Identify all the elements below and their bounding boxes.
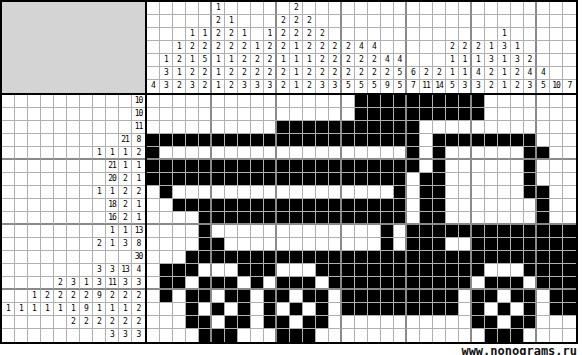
grid-cell[interactable]	[498, 199, 511, 212]
grid-cell[interactable]	[355, 186, 368, 199]
grid-cell[interactable]	[160, 212, 173, 225]
grid-cell[interactable]	[316, 173, 329, 186]
grid-cell[interactable]	[186, 186, 199, 199]
grid-cell[interactable]	[355, 290, 368, 303]
grid-cell[interactable]	[524, 108, 537, 121]
grid-cell[interactable]	[355, 264, 368, 277]
grid-cell[interactable]	[394, 95, 407, 108]
grid-cell[interactable]	[303, 238, 316, 251]
grid-cell[interactable]	[173, 316, 186, 329]
grid-cell[interactable]	[524, 264, 537, 277]
grid-cell[interactable]	[238, 212, 251, 225]
grid-cell[interactable]	[199, 290, 212, 303]
grid-cell[interactable]	[524, 95, 537, 108]
grid-cell[interactable]	[459, 121, 472, 134]
grid-cell[interactable]	[381, 186, 394, 199]
grid-cell[interactable]	[316, 303, 329, 316]
grid-cell[interactable]	[264, 134, 277, 147]
grid-cell[interactable]	[173, 225, 186, 238]
grid-cell[interactable]	[264, 199, 277, 212]
grid-cell[interactable]	[329, 329, 342, 342]
grid-cell[interactable]	[381, 225, 394, 238]
grid-cell[interactable]	[160, 199, 173, 212]
grid-cell[interactable]	[472, 186, 485, 199]
grid-cell[interactable]	[381, 303, 394, 316]
grid-cell[interactable]	[290, 329, 303, 342]
grid-cell[interactable]	[186, 316, 199, 329]
grid-cell[interactable]	[550, 147, 563, 160]
grid-cell[interactable]	[433, 160, 446, 173]
grid-cell[interactable]	[446, 303, 459, 316]
grid-cell[interactable]	[238, 316, 251, 329]
grid-cell[interactable]	[407, 160, 420, 173]
grid-cell[interactable]	[407, 225, 420, 238]
grid-cell[interactable]	[433, 95, 446, 108]
grid-cell[interactable]	[147, 225, 160, 238]
grid-cell[interactable]	[212, 277, 225, 290]
grid-cell[interactable]	[446, 277, 459, 290]
grid-cell[interactable]	[368, 251, 381, 264]
grid-cell[interactable]	[550, 290, 563, 303]
grid-cell[interactable]	[524, 199, 537, 212]
grid-cell[interactable]	[407, 95, 420, 108]
grid-cell[interactable]	[446, 329, 459, 342]
grid-cell[interactable]	[459, 199, 472, 212]
grid-cell[interactable]	[160, 134, 173, 147]
grid-cell[interactable]	[251, 238, 264, 251]
grid-cell[interactable]	[368, 121, 381, 134]
grid-cell[interactable]	[225, 134, 238, 147]
grid-cell[interactable]	[342, 290, 355, 303]
grid-cell[interactable]	[368, 160, 381, 173]
grid-cell[interactable]	[407, 277, 420, 290]
grid-cell[interactable]	[381, 238, 394, 251]
grid-cell[interactable]	[485, 186, 498, 199]
grid-cell[interactable]	[277, 329, 290, 342]
grid-cell[interactable]	[485, 199, 498, 212]
grid-cell[interactable]	[199, 186, 212, 199]
grid-cell[interactable]	[355, 303, 368, 316]
grid-cell[interactable]	[368, 186, 381, 199]
grid-cell[interactable]	[212, 251, 225, 264]
grid-cell[interactable]	[420, 199, 433, 212]
grid-cell[interactable]	[472, 277, 485, 290]
grid-cell[interactable]	[563, 147, 576, 160]
grid-cell[interactable]	[381, 290, 394, 303]
grid-cell[interactable]	[212, 186, 225, 199]
grid-cell[interactable]	[550, 316, 563, 329]
grid-cell[interactable]	[550, 251, 563, 264]
grid-cell[interactable]	[225, 160, 238, 173]
grid-cell[interactable]	[459, 225, 472, 238]
grid-cell[interactable]	[173, 134, 186, 147]
grid-cell[interactable]	[459, 238, 472, 251]
grid-cell[interactable]	[472, 173, 485, 186]
grid-cell[interactable]	[251, 173, 264, 186]
grid-cell[interactable]	[316, 212, 329, 225]
grid-cell[interactable]	[368, 173, 381, 186]
grid-cell[interactable]	[316, 225, 329, 238]
grid-cell[interactable]	[212, 225, 225, 238]
grid-cell[interactable]	[251, 316, 264, 329]
grid-cell[interactable]	[420, 212, 433, 225]
grid-cell[interactable]	[277, 147, 290, 160]
grid-cell[interactable]	[563, 251, 576, 264]
grid-cell[interactable]	[277, 212, 290, 225]
grid-cell[interactable]	[381, 147, 394, 160]
grid-cell[interactable]	[199, 251, 212, 264]
grid-cell[interactable]	[316, 108, 329, 121]
grid-cell[interactable]	[459, 264, 472, 277]
grid-cell[interactable]	[264, 95, 277, 108]
grid-cell[interactable]	[342, 316, 355, 329]
grid-cell[interactable]	[251, 212, 264, 225]
grid-cell[interactable]	[199, 147, 212, 160]
grid-cell[interactable]	[433, 212, 446, 225]
grid-cell[interactable]	[420, 225, 433, 238]
grid-cell[interactable]	[537, 212, 550, 225]
grid-cell[interactable]	[563, 95, 576, 108]
grid-cell[interactable]	[550, 108, 563, 121]
grid-cell[interactable]	[485, 108, 498, 121]
grid-cell[interactable]	[316, 329, 329, 342]
grid-cell[interactable]	[407, 290, 420, 303]
grid-cell[interactable]	[212, 212, 225, 225]
grid-cell[interactable]	[212, 316, 225, 329]
grid-cell[interactable]	[342, 134, 355, 147]
grid-cell[interactable]	[212, 108, 225, 121]
grid-cell[interactable]	[394, 329, 407, 342]
grid-cell[interactable]	[511, 316, 524, 329]
grid-cell[interactable]	[277, 251, 290, 264]
grid-cell[interactable]	[303, 108, 316, 121]
grid-cell[interactable]	[303, 277, 316, 290]
grid-cell[interactable]	[173, 251, 186, 264]
grid-cell[interactable]	[290, 199, 303, 212]
grid-cell[interactable]	[407, 108, 420, 121]
grid-cell[interactable]	[186, 95, 199, 108]
grid-cell[interactable]	[446, 186, 459, 199]
grid-cell[interactable]	[264, 121, 277, 134]
grid-cell[interactable]	[251, 186, 264, 199]
grid-cell[interactable]	[147, 160, 160, 173]
grid-cell[interactable]	[420, 134, 433, 147]
grid-cell[interactable]	[251, 303, 264, 316]
grid-cell[interactable]	[160, 160, 173, 173]
grid-cell[interactable]	[563, 199, 576, 212]
grid-cell[interactable]	[173, 303, 186, 316]
grid-cell[interactable]	[147, 108, 160, 121]
grid-cell[interactable]	[225, 225, 238, 238]
grid-cell[interactable]	[342, 186, 355, 199]
grid-cell[interactable]	[251, 199, 264, 212]
grid-cell[interactable]	[407, 329, 420, 342]
grid-cell[interactable]	[459, 277, 472, 290]
grid-cell[interactable]	[472, 212, 485, 225]
grid-cell[interactable]	[238, 225, 251, 238]
grid-cell[interactable]	[238, 186, 251, 199]
grid-cell[interactable]	[511, 238, 524, 251]
grid-cell[interactable]	[225, 147, 238, 160]
grid-cell[interactable]	[381, 199, 394, 212]
grid-cell[interactable]	[511, 186, 524, 199]
grid-cell[interactable]	[160, 121, 173, 134]
grid-cell[interactable]	[160, 173, 173, 186]
grid-cell[interactable]	[563, 134, 576, 147]
grid-cell[interactable]	[147, 173, 160, 186]
grid-cell[interactable]	[407, 238, 420, 251]
grid-cell[interactable]	[368, 277, 381, 290]
grid-cell[interactable]	[303, 147, 316, 160]
grid-cell[interactable]	[342, 95, 355, 108]
grid-cell[interactable]	[524, 147, 537, 160]
grid-cell[interactable]	[173, 329, 186, 342]
grid-cell[interactable]	[368, 199, 381, 212]
grid-cell[interactable]	[303, 303, 316, 316]
grid-cell[interactable]	[212, 134, 225, 147]
grid-cell[interactable]	[511, 290, 524, 303]
grid-cell[interactable]	[238, 160, 251, 173]
grid-cell[interactable]	[290, 212, 303, 225]
grid-cell[interactable]	[407, 121, 420, 134]
grid-cell[interactable]	[355, 173, 368, 186]
grid-cell[interactable]	[329, 303, 342, 316]
grid-cell[interactable]	[459, 108, 472, 121]
grid-cell[interactable]	[381, 212, 394, 225]
grid-cell[interactable]	[420, 238, 433, 251]
grid-cell[interactable]	[368, 108, 381, 121]
grid-cell[interactable]	[316, 251, 329, 264]
grid-cell[interactable]	[563, 238, 576, 251]
grid-cell[interactable]	[368, 134, 381, 147]
grid-cell[interactable]	[264, 329, 277, 342]
grid-cell[interactable]	[420, 303, 433, 316]
grid-cell[interactable]	[186, 251, 199, 264]
grid-cell[interactable]	[511, 134, 524, 147]
grid-cell[interactable]	[459, 316, 472, 329]
grid-cell[interactable]	[277, 186, 290, 199]
grid-cell[interactable]	[433, 225, 446, 238]
grid-cell[interactable]	[563, 277, 576, 290]
grid-cell[interactable]	[394, 173, 407, 186]
grid-cell[interactable]	[498, 173, 511, 186]
grid-cell[interactable]	[433, 329, 446, 342]
grid-cell[interactable]	[160, 225, 173, 238]
grid-cell[interactable]	[316, 147, 329, 160]
grid-cell[interactable]	[342, 251, 355, 264]
grid-cell[interactable]	[329, 121, 342, 134]
grid-cell[interactable]	[199, 212, 212, 225]
grid-cell[interactable]	[381, 134, 394, 147]
grid-cell[interactable]	[498, 329, 511, 342]
grid-cell[interactable]	[251, 251, 264, 264]
grid-cell[interactable]	[459, 173, 472, 186]
grid-cell[interactable]	[433, 121, 446, 134]
grid-cell[interactable]	[238, 264, 251, 277]
grid-cell[interactable]	[433, 238, 446, 251]
grid-cell[interactable]	[459, 186, 472, 199]
grid-cell[interactable]	[394, 316, 407, 329]
grid-cell[interactable]	[277, 316, 290, 329]
grid-cell[interactable]	[537, 147, 550, 160]
grid-cell[interactable]	[342, 264, 355, 277]
grid-cell[interactable]	[511, 225, 524, 238]
grid-cell[interactable]	[251, 95, 264, 108]
grid-cell[interactable]	[537, 134, 550, 147]
grid-cell[interactable]	[511, 303, 524, 316]
grid-cell[interactable]	[277, 290, 290, 303]
grid-cell[interactable]	[537, 238, 550, 251]
grid-cell[interactable]	[550, 173, 563, 186]
grid-cell[interactable]	[563, 108, 576, 121]
grid-cell[interactable]	[199, 303, 212, 316]
grid-cell[interactable]	[251, 225, 264, 238]
grid-cell[interactable]	[251, 134, 264, 147]
grid-cell[interactable]	[342, 199, 355, 212]
grid-cell[interactable]	[420, 160, 433, 173]
grid-cell[interactable]	[329, 238, 342, 251]
grid-cell[interactable]	[563, 316, 576, 329]
grid-cell[interactable]	[537, 264, 550, 277]
grid-cell[interactable]	[186, 303, 199, 316]
grid-cell[interactable]	[498, 108, 511, 121]
grid-cell[interactable]	[563, 121, 576, 134]
grid-cell[interactable]	[524, 186, 537, 199]
grid-cell[interactable]	[550, 199, 563, 212]
grid-cell[interactable]	[433, 186, 446, 199]
grid-cell[interactable]	[537, 225, 550, 238]
grid-cell[interactable]	[160, 316, 173, 329]
grid-cell[interactable]	[225, 264, 238, 277]
grid-cell[interactable]	[186, 173, 199, 186]
grid-cell[interactable]	[446, 173, 459, 186]
grid-cell[interactable]	[238, 277, 251, 290]
grid-cell[interactable]	[225, 186, 238, 199]
grid-cell[interactable]	[342, 160, 355, 173]
grid-cell[interactable]	[342, 225, 355, 238]
grid-cell[interactable]	[459, 134, 472, 147]
grid-cell[interactable]	[316, 186, 329, 199]
grid-cell[interactable]	[368, 147, 381, 160]
grid-cell[interactable]	[446, 199, 459, 212]
grid-cell[interactable]	[485, 238, 498, 251]
grid-cell[interactable]	[238, 238, 251, 251]
grid-cell[interactable]	[420, 147, 433, 160]
grid-cell[interactable]	[511, 121, 524, 134]
grid-cell[interactable]	[160, 147, 173, 160]
grid-cell[interactable]	[212, 95, 225, 108]
grid-cell[interactable]	[472, 251, 485, 264]
grid-cell[interactable]	[472, 329, 485, 342]
grid-cell[interactable]	[524, 121, 537, 134]
grid-cell[interactable]	[225, 290, 238, 303]
grid-cell[interactable]	[199, 225, 212, 238]
grid-cell[interactable]	[186, 238, 199, 251]
grid-cell[interactable]	[290, 277, 303, 290]
grid-cell[interactable]	[524, 316, 537, 329]
grid-cell[interactable]	[277, 199, 290, 212]
grid-cell[interactable]	[212, 329, 225, 342]
grid-cell[interactable]	[290, 251, 303, 264]
grid-cell[interactable]	[277, 160, 290, 173]
grid-cell[interactable]	[173, 238, 186, 251]
grid-cell[interactable]	[446, 251, 459, 264]
grid-cell[interactable]	[368, 290, 381, 303]
grid-cell[interactable]	[407, 147, 420, 160]
grid-cell[interactable]	[537, 303, 550, 316]
grid-cell[interactable]	[290, 186, 303, 199]
grid-cell[interactable]	[329, 212, 342, 225]
grid-cell[interactable]	[433, 264, 446, 277]
grid-cell[interactable]	[329, 277, 342, 290]
grid-cell[interactable]	[355, 134, 368, 147]
grid-cell[interactable]	[160, 277, 173, 290]
grid-cell[interactable]	[186, 134, 199, 147]
grid-cell[interactable]	[199, 173, 212, 186]
grid-cell[interactable]	[290, 147, 303, 160]
grid-cell[interactable]	[485, 290, 498, 303]
grid-cell[interactable]	[199, 199, 212, 212]
grid-cell[interactable]	[355, 238, 368, 251]
grid-cell[interactable]	[394, 290, 407, 303]
grid-cell[interactable]	[381, 121, 394, 134]
grid-cell[interactable]	[251, 160, 264, 173]
grid-cell[interactable]	[394, 212, 407, 225]
grid-cell[interactable]	[329, 225, 342, 238]
grid-cell[interactable]	[407, 173, 420, 186]
grid-cell[interactable]	[303, 134, 316, 147]
grid-cell[interactable]	[316, 316, 329, 329]
grid-cell[interactable]	[225, 95, 238, 108]
grid-cell[interactable]	[524, 238, 537, 251]
grid-cell[interactable]	[303, 225, 316, 238]
grid-cell[interactable]	[485, 134, 498, 147]
grid-cell[interactable]	[290, 134, 303, 147]
grid-cell[interactable]	[381, 95, 394, 108]
grid-cell[interactable]	[433, 108, 446, 121]
grid-cell[interactable]	[290, 238, 303, 251]
grid-cell[interactable]	[446, 108, 459, 121]
grid-cell[interactable]	[472, 264, 485, 277]
grid-cell[interactable]	[446, 290, 459, 303]
grid-cell[interactable]	[485, 212, 498, 225]
grid-cell[interactable]	[173, 277, 186, 290]
grid-cell[interactable]	[511, 160, 524, 173]
grid-cell[interactable]	[303, 264, 316, 277]
grid-cell[interactable]	[238, 290, 251, 303]
grid-cell[interactable]	[186, 290, 199, 303]
grid-cell[interactable]	[472, 199, 485, 212]
grid-cell[interactable]	[368, 303, 381, 316]
grid-cell[interactable]	[316, 290, 329, 303]
grid-cell[interactable]	[368, 264, 381, 277]
grid-cell[interactable]	[277, 303, 290, 316]
grid-cell[interactable]	[550, 329, 563, 342]
grid-cell[interactable]	[355, 108, 368, 121]
grid-cell[interactable]	[303, 290, 316, 303]
grid-cell[interactable]	[472, 147, 485, 160]
grid-cell[interactable]	[472, 95, 485, 108]
grid-cell[interactable]	[290, 303, 303, 316]
grid-cell[interactable]	[446, 316, 459, 329]
grid-cell[interactable]	[303, 251, 316, 264]
grid-cell[interactable]	[329, 199, 342, 212]
grid-cell[interactable]	[147, 121, 160, 134]
grid-cell[interactable]	[524, 303, 537, 316]
grid-cell[interactable]	[394, 186, 407, 199]
grid-cell[interactable]	[329, 147, 342, 160]
grid-cell[interactable]	[277, 134, 290, 147]
